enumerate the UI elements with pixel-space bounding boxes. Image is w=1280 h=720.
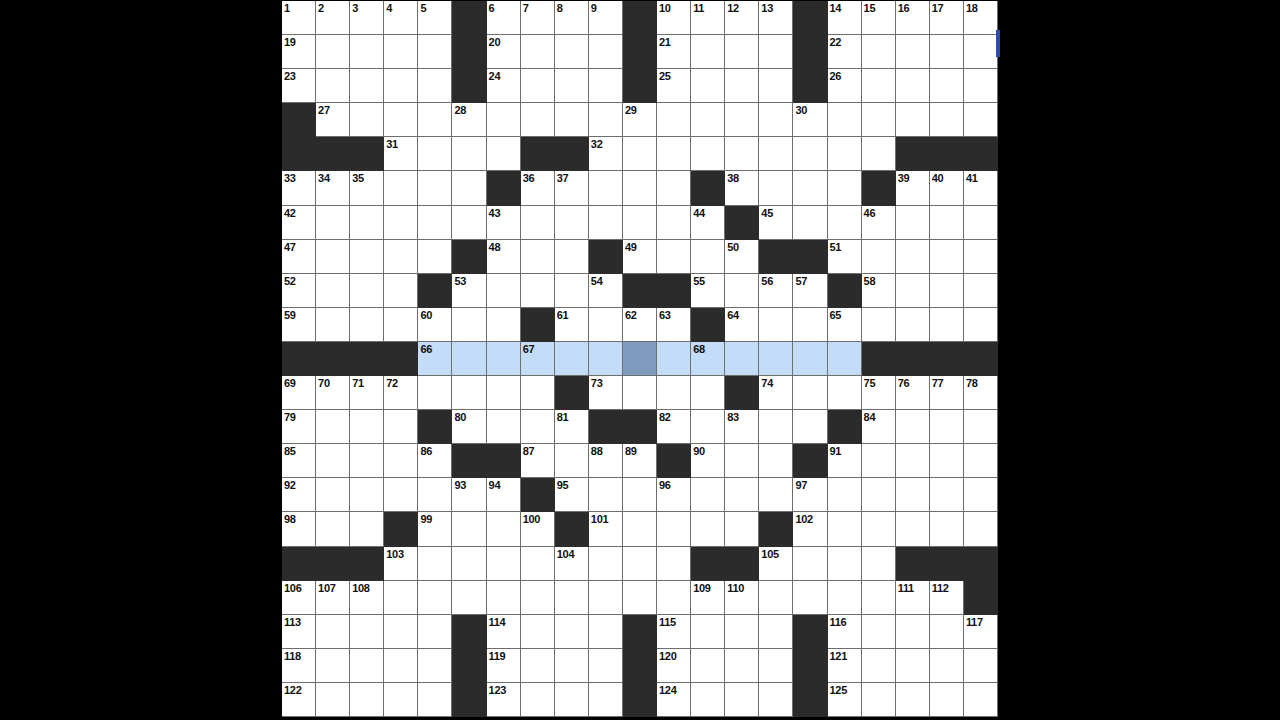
cell-r12c3[interactable]: 71 [350,376,384,410]
cell-r12c8[interactable] [521,376,555,410]
cell-r8c1[interactable]: 47 [282,240,316,274]
cell-r1c4[interactable]: 4 [384,1,418,35]
cell-r18c2[interactable]: 107 [316,581,350,615]
cell-r13c2[interactable] [316,410,350,444]
cell-r19c5[interactable] [418,615,452,649]
cell-r10c20[interactable] [930,308,964,342]
cell-r20c5[interactable] [418,649,452,683]
cell-r18c11[interactable] [623,581,657,615]
cell-r1c9[interactable]: 8 [555,1,589,35]
cell-r12c1[interactable]: 69 [282,376,316,410]
cell-r1c15[interactable]: 13 [759,1,793,35]
cell-r18c14[interactable]: 110 [725,581,759,615]
cell-r11c17[interactable] [828,342,862,376]
cell-r20c7[interactable]: 119 [487,649,521,683]
cell-r6c20[interactable]: 40 [930,171,964,205]
cell-r16c2[interactable] [316,512,350,546]
cell-r12c17[interactable] [828,376,862,410]
cell-r13c3[interactable] [350,410,384,444]
cell-r20c8[interactable] [521,649,555,683]
cell-r19c1[interactable]: 113 [282,615,316,649]
cell-r12c19[interactable]: 76 [896,376,930,410]
cell-r10c10[interactable] [589,308,623,342]
cell-r4c7[interactable] [487,103,521,137]
cell-r12c21[interactable]: 78 [964,376,998,410]
cell-r2c9[interactable] [555,35,589,69]
cell-r3c21[interactable] [964,69,998,103]
cell-r3c2[interactable] [316,69,350,103]
cell-r12c11[interactable] [623,376,657,410]
cell-r8c4[interactable] [384,240,418,274]
cell-r21c18[interactable] [862,683,896,717]
cell-r8c21[interactable] [964,240,998,274]
cell-r6c9[interactable]: 37 [555,171,589,205]
cell-r7c9[interactable] [555,206,589,240]
cell-r7c12[interactable] [657,206,691,240]
cell-r19c21[interactable]: 117 [964,615,998,649]
cell-r11c10[interactable] [589,342,623,376]
cell-r12c15[interactable]: 74 [759,376,793,410]
cell-r8c12[interactable] [657,240,691,274]
cell-r8c20[interactable] [930,240,964,274]
cell-r15c13[interactable] [691,478,725,512]
cell-r10c12[interactable]: 63 [657,308,691,342]
cell-r19c19[interactable] [896,615,930,649]
cell-r12c4[interactable]: 72 [384,376,418,410]
cell-r6c14[interactable]: 38 [725,171,759,205]
cell-r16c14[interactable] [725,512,759,546]
cell-r20c4[interactable] [384,649,418,683]
cell-r10c9[interactable]: 61 [555,308,589,342]
cell-r4c9[interactable] [555,103,589,137]
cell-r4c14[interactable] [725,103,759,137]
cell-r7c4[interactable] [384,206,418,240]
cell-r18c5[interactable] [418,581,452,615]
cell-r6c19[interactable]: 39 [896,171,930,205]
cell-r13c16[interactable] [793,410,827,444]
cell-r21c7[interactable]: 123 [487,683,521,717]
cell-r10c2[interactable] [316,308,350,342]
cell-r1c8[interactable]: 7 [521,1,555,35]
cell-r18c10[interactable] [589,581,623,615]
cell-r2c17[interactable]: 22 [828,35,862,69]
cell-r6c16[interactable] [793,171,827,205]
cell-r7c3[interactable] [350,206,384,240]
cell-r14c19[interactable] [896,444,930,478]
cell-r2c1[interactable]: 19 [282,35,316,69]
cell-r13c15[interactable] [759,410,793,444]
cell-r13c12[interactable]: 82 [657,410,691,444]
cell-r1c17[interactable]: 14 [828,1,862,35]
cell-r15c9[interactable]: 95 [555,478,589,512]
cell-r6c1[interactable]: 33 [282,171,316,205]
cell-r18c3[interactable]: 108 [350,581,384,615]
cell-r9c6[interactable]: 53 [452,274,486,308]
cell-r12c6[interactable] [452,376,486,410]
cell-r16c17[interactable] [828,512,862,546]
cell-r3c20[interactable] [930,69,964,103]
cell-r2c13[interactable] [691,35,725,69]
cell-r14c1[interactable]: 85 [282,444,316,478]
cell-r8c9[interactable] [555,240,589,274]
cell-r3c17[interactable]: 26 [828,69,862,103]
cell-r2c3[interactable] [350,35,384,69]
cell-r15c11[interactable] [623,478,657,512]
cell-r5c13[interactable] [691,137,725,171]
cell-r17c4[interactable]: 103 [384,547,418,581]
cell-r3c15[interactable] [759,69,793,103]
cell-r18c8[interactable] [521,581,555,615]
cell-r4c11[interactable]: 29 [623,103,657,137]
cell-r7c2[interactable] [316,206,350,240]
cell-r4c10[interactable] [589,103,623,137]
cell-r7c11[interactable] [623,206,657,240]
cell-r1c10[interactable]: 9 [589,1,623,35]
cell-r19c3[interactable] [350,615,384,649]
cell-r9c16[interactable]: 57 [793,274,827,308]
cell-r9c8[interactable] [521,274,555,308]
cell-r9c4[interactable] [384,274,418,308]
cell-r5c18[interactable] [862,137,896,171]
cell-r3c4[interactable] [384,69,418,103]
cell-r21c21[interactable] [964,683,998,717]
cell-r8c5[interactable] [418,240,452,274]
cell-r14c17[interactable]: 91 [828,444,862,478]
cell-r21c10[interactable] [589,683,623,717]
cell-r5c4[interactable]: 31 [384,137,418,171]
cell-r6c4[interactable] [384,171,418,205]
cell-r3c7[interactable]: 24 [487,69,521,103]
cell-r17c11[interactable] [623,547,657,581]
cell-r18c6[interactable] [452,581,486,615]
cell-r20c14[interactable] [725,649,759,683]
cell-r19c13[interactable] [691,615,725,649]
cell-r19c8[interactable] [521,615,555,649]
cell-r20c19[interactable] [896,649,930,683]
cell-r12c5[interactable] [418,376,452,410]
cell-r9c9[interactable] [555,274,589,308]
cell-r4c6[interactable]: 28 [452,103,486,137]
cell-r8c11[interactable]: 49 [623,240,657,274]
cell-r15c7[interactable]: 94 [487,478,521,512]
cell-r14c3[interactable] [350,444,384,478]
cell-r16c1[interactable]: 98 [282,512,316,546]
cell-r2c7[interactable]: 20 [487,35,521,69]
cell-r11c11[interactable] [623,342,657,376]
cell-r13c14[interactable]: 83 [725,410,759,444]
cell-r17c10[interactable] [589,547,623,581]
cell-r10c15[interactable] [759,308,793,342]
cell-r17c8[interactable] [521,547,555,581]
cell-r16c18[interactable] [862,512,896,546]
cell-r21c14[interactable] [725,683,759,717]
cell-r9c2[interactable] [316,274,350,308]
cell-r14c5[interactable]: 86 [418,444,452,478]
cell-r7c15[interactable]: 45 [759,206,793,240]
cell-r9c18[interactable]: 58 [862,274,896,308]
cell-r4c20[interactable] [930,103,964,137]
cell-r4c8[interactable] [521,103,555,137]
cell-r18c7[interactable] [487,581,521,615]
cell-r13c13[interactable] [691,410,725,444]
cell-r17c18[interactable] [862,547,896,581]
cell-r13c8[interactable] [521,410,555,444]
cell-r21c20[interactable] [930,683,964,717]
cell-r16c20[interactable] [930,512,964,546]
cell-r21c4[interactable] [384,683,418,717]
cell-r14c4[interactable] [384,444,418,478]
cell-r4c18[interactable] [862,103,896,137]
cell-r15c6[interactable]: 93 [452,478,486,512]
cell-r16c5[interactable]: 99 [418,512,452,546]
cell-r2c21[interactable] [964,35,998,69]
cell-r7c18[interactable]: 46 [862,206,896,240]
cell-r1c12[interactable]: 10 [657,1,691,35]
cell-r11c5[interactable]: 66 [418,342,452,376]
cell-r4c15[interactable] [759,103,793,137]
cell-r7c5[interactable] [418,206,452,240]
cell-r3c13[interactable] [691,69,725,103]
cell-r7c13[interactable]: 44 [691,206,725,240]
cell-r13c21[interactable] [964,410,998,444]
cell-r2c14[interactable] [725,35,759,69]
cell-r20c20[interactable] [930,649,964,683]
cell-r18c20[interactable]: 112 [930,581,964,615]
cell-r4c16[interactable]: 30 [793,103,827,137]
cell-r10c5[interactable]: 60 [418,308,452,342]
cell-r5c16[interactable] [793,137,827,171]
cell-r2c4[interactable] [384,35,418,69]
cell-r10c14[interactable]: 64 [725,308,759,342]
cell-r7c7[interactable]: 43 [487,206,521,240]
cell-r16c6[interactable] [452,512,486,546]
cell-r21c3[interactable] [350,683,384,717]
cell-r19c12[interactable]: 115 [657,615,691,649]
cell-r20c13[interactable] [691,649,725,683]
cell-r17c16[interactable] [793,547,827,581]
cell-r14c14[interactable] [725,444,759,478]
cell-r2c5[interactable] [418,35,452,69]
cell-r14c18[interactable] [862,444,896,478]
cell-r20c2[interactable] [316,649,350,683]
cell-r8c7[interactable]: 48 [487,240,521,274]
cell-r8c17[interactable]: 51 [828,240,862,274]
cell-r7c21[interactable] [964,206,998,240]
cell-r6c3[interactable]: 35 [350,171,384,205]
cell-r10c17[interactable]: 65 [828,308,862,342]
cell-r3c18[interactable] [862,69,896,103]
cell-r18c9[interactable] [555,581,589,615]
cell-r19c7[interactable]: 114 [487,615,521,649]
cell-r14c8[interactable]: 87 [521,444,555,478]
cell-r20c10[interactable] [589,649,623,683]
cell-r18c12[interactable] [657,581,691,615]
cell-r15c4[interactable] [384,478,418,512]
cell-r2c12[interactable]: 21 [657,35,691,69]
cell-r16c3[interactable] [350,512,384,546]
cell-r6c12[interactable] [657,171,691,205]
cell-r16c13[interactable] [691,512,725,546]
cell-r6c21[interactable]: 41 [964,171,998,205]
cell-r4c3[interactable] [350,103,384,137]
cell-r1c19[interactable]: 16 [896,1,930,35]
cell-r17c15[interactable]: 105 [759,547,793,581]
cell-r5c6[interactable] [452,137,486,171]
cell-r10c11[interactable]: 62 [623,308,657,342]
cell-r20c21[interactable] [964,649,998,683]
cell-r17c9[interactable]: 104 [555,547,589,581]
cell-r5c7[interactable] [487,137,521,171]
cell-r7c19[interactable] [896,206,930,240]
cell-r7c10[interactable] [589,206,623,240]
cell-r10c19[interactable] [896,308,930,342]
cell-r21c8[interactable] [521,683,555,717]
cell-r2c2[interactable] [316,35,350,69]
cell-r12c16[interactable] [793,376,827,410]
cell-r11c9[interactable] [555,342,589,376]
cell-r10c7[interactable] [487,308,521,342]
cell-r19c14[interactable] [725,615,759,649]
cell-r13c6[interactable]: 80 [452,410,486,444]
cell-r4c4[interactable] [384,103,418,137]
cell-r14c9[interactable] [555,444,589,478]
cell-r18c1[interactable]: 106 [282,581,316,615]
cell-r15c21[interactable] [964,478,998,512]
cell-r15c12[interactable]: 96 [657,478,691,512]
cell-r13c7[interactable] [487,410,521,444]
cell-r1c3[interactable]: 3 [350,1,384,35]
cell-r15c1[interactable]: 92 [282,478,316,512]
cell-r11c7[interactable] [487,342,521,376]
cell-r16c7[interactable] [487,512,521,546]
cell-r1c18[interactable]: 15 [862,1,896,35]
cell-r21c15[interactable] [759,683,793,717]
cell-r19c2[interactable] [316,615,350,649]
cell-r11c16[interactable] [793,342,827,376]
cell-r2c15[interactable] [759,35,793,69]
cell-r12c7[interactable] [487,376,521,410]
cell-r10c3[interactable] [350,308,384,342]
cell-r12c18[interactable]: 75 [862,376,896,410]
cell-r12c12[interactable] [657,376,691,410]
cell-r9c19[interactable] [896,274,930,308]
cell-r8c19[interactable] [896,240,930,274]
cell-r20c18[interactable] [862,649,896,683]
cell-r7c17[interactable] [828,206,862,240]
cell-r14c13[interactable]: 90 [691,444,725,478]
cell-r14c11[interactable]: 89 [623,444,657,478]
cell-r21c19[interactable] [896,683,930,717]
cell-r3c8[interactable] [521,69,555,103]
cell-r20c3[interactable] [350,649,384,683]
cell-r9c21[interactable] [964,274,998,308]
cell-r17c7[interactable] [487,547,521,581]
cell-r10c4[interactable] [384,308,418,342]
cell-r1c5[interactable]: 5 [418,1,452,35]
cell-r14c2[interactable] [316,444,350,478]
cell-r19c18[interactable] [862,615,896,649]
cell-r2c19[interactable] [896,35,930,69]
cell-r11c15[interactable] [759,342,793,376]
cell-r3c3[interactable] [350,69,384,103]
cell-r14c21[interactable] [964,444,998,478]
cell-r4c19[interactable] [896,103,930,137]
cell-r19c9[interactable] [555,615,589,649]
cell-r8c14[interactable]: 50 [725,240,759,274]
cell-r15c14[interactable] [725,478,759,512]
cell-r6c17[interactable] [828,171,862,205]
cell-r15c3[interactable] [350,478,384,512]
cell-r21c13[interactable] [691,683,725,717]
cell-r8c13[interactable] [691,240,725,274]
cell-r9c20[interactable] [930,274,964,308]
cell-r4c17[interactable] [828,103,862,137]
cell-r5c5[interactable] [418,137,452,171]
cell-r14c20[interactable] [930,444,964,478]
cell-r4c12[interactable] [657,103,691,137]
cell-r13c1[interactable]: 79 [282,410,316,444]
cell-r19c15[interactable] [759,615,793,649]
cell-r3c19[interactable] [896,69,930,103]
cell-r6c10[interactable] [589,171,623,205]
cell-r17c5[interactable] [418,547,452,581]
cell-r5c17[interactable] [828,137,862,171]
cell-r2c20[interactable] [930,35,964,69]
cell-r3c12[interactable]: 25 [657,69,691,103]
cell-r13c9[interactable]: 81 [555,410,589,444]
cell-r19c4[interactable] [384,615,418,649]
cell-r12c13[interactable] [691,376,725,410]
cell-r13c18[interactable]: 84 [862,410,896,444]
cell-r18c17[interactable] [828,581,862,615]
cell-r10c6[interactable] [452,308,486,342]
cell-r1c14[interactable]: 12 [725,1,759,35]
cell-r17c12[interactable] [657,547,691,581]
cell-r2c8[interactable] [521,35,555,69]
cell-r9c15[interactable]: 56 [759,274,793,308]
cell-r3c9[interactable] [555,69,589,103]
cell-r7c16[interactable] [793,206,827,240]
cell-r20c12[interactable]: 120 [657,649,691,683]
cell-r15c2[interactable] [316,478,350,512]
cell-r3c1[interactable]: 23 [282,69,316,103]
cell-r6c8[interactable]: 36 [521,171,555,205]
cell-r20c1[interactable]: 118 [282,649,316,683]
cell-r1c7[interactable]: 6 [487,1,521,35]
cell-r19c20[interactable] [930,615,964,649]
cell-r21c17[interactable]: 125 [828,683,862,717]
cell-r9c3[interactable] [350,274,384,308]
cell-r5c10[interactable]: 32 [589,137,623,171]
cell-r10c18[interactable] [862,308,896,342]
cell-r11c8[interactable]: 67 [521,342,555,376]
cell-r20c17[interactable]: 121 [828,649,862,683]
cell-r16c8[interactable]: 100 [521,512,555,546]
cell-r15c17[interactable] [828,478,862,512]
cell-r16c10[interactable]: 101 [589,512,623,546]
cell-r18c4[interactable] [384,581,418,615]
cell-r1c21[interactable]: 18 [964,1,998,35]
cell-r9c10[interactable]: 54 [589,274,623,308]
cell-r2c18[interactable] [862,35,896,69]
cell-r4c2[interactable]: 27 [316,103,350,137]
cell-r21c9[interactable] [555,683,589,717]
cell-r15c20[interactable] [930,478,964,512]
cell-r15c16[interactable]: 97 [793,478,827,512]
cell-r7c8[interactable] [521,206,555,240]
cell-r21c2[interactable] [316,683,350,717]
cell-r21c12[interactable]: 124 [657,683,691,717]
